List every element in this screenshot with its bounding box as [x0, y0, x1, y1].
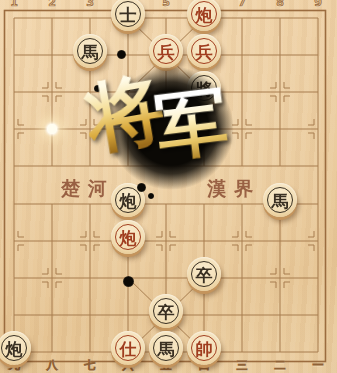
file-label: 5 — [156, 0, 176, 8]
piece-glyph: 馬 — [158, 340, 175, 357]
file-label: 8 — [270, 0, 290, 8]
piece-ring: 馬 — [153, 335, 179, 361]
file-label: 7 — [232, 0, 252, 8]
piece-black-horse[interactable]: 馬 — [263, 183, 297, 217]
piece-glyph: 卒 — [158, 303, 175, 320]
piece-ring: 炮 — [1, 335, 27, 361]
piece-ring: 炮 — [115, 187, 141, 213]
piece-red-general[interactable]: 帥 — [187, 331, 221, 365]
file-label: 9 — [308, 0, 328, 8]
piece-ring: 仕 — [115, 335, 141, 361]
piece-glyph: 馬 — [82, 43, 99, 60]
last-move-indicator — [47, 124, 57, 134]
piece-glyph: 炮 — [120, 229, 137, 246]
piece-ring: 將 — [191, 75, 217, 101]
piece-black-horse[interactable]: 馬 — [149, 331, 183, 365]
piece-glyph: 炮 — [196, 6, 213, 23]
file-label: 三 — [232, 360, 252, 371]
river-label-chu: 楚河 — [61, 176, 115, 202]
piece-glyph: 炮 — [120, 192, 137, 209]
piece-red-soldier[interactable]: 兵 — [187, 34, 221, 68]
piece-glyph: 將 — [196, 80, 213, 97]
piece-ring: 士 — [115, 1, 141, 27]
piece-black-cannon[interactable]: 炮 — [111, 183, 145, 217]
piece-red-soldier[interactable]: 兵 — [149, 34, 183, 68]
piece-ring: 馬 — [77, 38, 103, 64]
piece-glyph: 卒 — [196, 266, 213, 283]
piece-red-advisor[interactable]: 仕 — [111, 331, 145, 365]
piece-ring: 兵 — [153, 38, 179, 64]
piece-black-general[interactable]: 將 — [187, 71, 221, 105]
piece-ring: 帥 — [191, 335, 217, 361]
file-label: 七 — [80, 360, 100, 371]
piece-glyph: 士 — [120, 6, 137, 23]
piece-black-horse[interactable]: 馬 — [73, 34, 107, 68]
piece-ring: 卒 — [153, 298, 179, 324]
file-label: 八 — [42, 360, 62, 371]
piece-ring: 馬 — [267, 187, 293, 213]
piece-glyph: 馬 — [272, 192, 289, 209]
piece-glyph: 兵 — [196, 43, 213, 60]
file-label: 二 — [270, 360, 290, 371]
xiangqi-board[interactable]: 123456789 九八七六五四三二一 楚河 漢界 士炮馬兵兵將炮馬炮卒卒炮仕馬… — [0, 0, 337, 373]
file-label: 3 — [80, 0, 100, 8]
file-label: 一 — [308, 360, 328, 371]
piece-glyph: 兵 — [158, 43, 175, 60]
piece-ring: 炮 — [115, 224, 141, 250]
piece-glyph: 炮 — [6, 340, 23, 357]
piece-black-soldier[interactable]: 卒 — [187, 257, 221, 291]
river-label-han: 漢界 — [207, 176, 261, 202]
file-label: 2 — [42, 0, 62, 8]
piece-ring: 炮 — [191, 1, 217, 27]
piece-ring: 兵 — [191, 38, 217, 64]
piece-glyph: 帥 — [196, 340, 213, 357]
piece-glyph: 仕 — [120, 340, 137, 357]
piece-black-soldier[interactable]: 卒 — [149, 294, 183, 328]
piece-red-cannon[interactable]: 炮 — [111, 220, 145, 254]
piece-ring: 卒 — [191, 261, 217, 287]
file-label: 1 — [4, 0, 24, 8]
